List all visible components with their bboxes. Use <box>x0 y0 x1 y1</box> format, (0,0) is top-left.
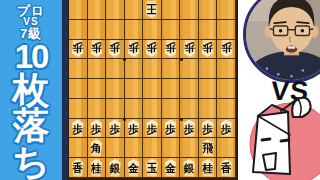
hoshi-dot <box>180 58 183 61</box>
board-cell[interactable] <box>69 99 88 119</box>
board-cell[interactable] <box>217 99 236 119</box>
board-cell[interactable]: 金 <box>125 158 144 178</box>
board-cell[interactable]: 角 <box>88 138 107 158</box>
board-cell[interactable] <box>162 138 181 158</box>
board-cell[interactable]: 歩 <box>106 40 125 60</box>
board-cell[interactable] <box>125 99 144 119</box>
piece-歩-sente[interactable]: 歩 <box>70 120 85 137</box>
board-cell[interactable] <box>180 0 199 20</box>
board-cell[interactable]: 歩 <box>180 119 199 139</box>
piece-飛-sente[interactable]: 飛 <box>200 139 215 156</box>
board-cell[interactable] <box>125 0 144 20</box>
board-cell[interactable]: 銀 <box>180 158 199 178</box>
title-char-10: 10 <box>15 41 48 73</box>
piece-金-sente[interactable]: 金 <box>163 159 178 176</box>
title-char-ochi2: ち <box>12 144 50 180</box>
board-cell[interactable]: 歩 <box>125 40 144 60</box>
piece-金-sente[interactable]: 金 <box>126 159 141 176</box>
piece-桂-sente[interactable]: 桂 <box>200 159 215 176</box>
board-cell[interactable]: 歩 <box>180 40 199 60</box>
board-cell[interactable] <box>199 59 218 79</box>
piece-歩-sente[interactable]: 歩 <box>182 120 197 137</box>
board-cell[interactable] <box>143 20 162 40</box>
board-cell[interactable] <box>180 20 199 40</box>
amateur-player-avatar <box>245 93 320 180</box>
piece-桂-sente[interactable]: 桂 <box>89 159 104 176</box>
pro-player-avatar-illustration <box>246 0 320 80</box>
shogi-board[interactable]: 王歩歩歩歩歩歩歩歩歩歩歩歩歩歩歩歩歩歩角飛香桂銀金玉金銀桂香 <box>68 0 238 180</box>
board-cell[interactable] <box>180 138 199 158</box>
board-cell[interactable]: 銀 <box>106 158 125 178</box>
board-cell[interactable] <box>69 79 88 99</box>
board-cell[interactable] <box>106 138 125 158</box>
board-cell[interactable]: 歩 <box>199 119 218 139</box>
piece-歩-sente[interactable]: 歩 <box>126 120 141 137</box>
piece-角-sente[interactable]: 角 <box>89 139 104 156</box>
board-cell[interactable] <box>69 20 88 40</box>
board-cell[interactable] <box>162 0 181 20</box>
board-cell[interactable] <box>180 59 199 79</box>
board-cell[interactable] <box>180 99 199 119</box>
board-cell[interactable]: 歩 <box>88 40 107 60</box>
piece-歩-sente[interactable]: 歩 <box>200 120 215 137</box>
board-cell[interactable] <box>106 99 125 119</box>
board-cell[interactable]: 香 <box>69 158 88 178</box>
shogi-thumbnail: プロ VS 7級 10 枚 落 ち 王歩歩歩歩歩歩歩歩歩歩歩歩歩歩歩歩歩歩角飛香… <box>0 0 320 180</box>
board-cell[interactable] <box>125 59 144 79</box>
piece-歩-sente[interactable]: 歩 <box>107 120 122 137</box>
board-cell[interactable] <box>180 79 199 99</box>
board-cell[interactable] <box>217 79 236 99</box>
board-cell[interactable]: 歩 <box>69 40 88 60</box>
board-cell[interactable]: 桂 <box>88 158 107 178</box>
piece-歩-gote[interactable]: 歩 <box>107 40 122 57</box>
piece-歩-sente[interactable]: 歩 <box>89 120 104 137</box>
board-cell[interactable] <box>217 138 236 158</box>
board-cell[interactable] <box>106 79 125 99</box>
piece-王-gote[interactable]: 王 <box>144 1 159 18</box>
board-cell[interactable] <box>162 20 181 40</box>
piece-銀-sente[interactable]: 銀 <box>107 159 122 176</box>
title-char-mai: 枚 <box>13 73 50 109</box>
board-cell[interactable]: 歩 <box>88 119 107 139</box>
piece-歩-sente[interactable]: 歩 <box>163 120 178 137</box>
board-cell[interactable]: 飛 <box>199 138 218 158</box>
board-cell[interactable] <box>162 79 181 99</box>
board-cell[interactable] <box>106 20 125 40</box>
piece-歩-gote[interactable]: 歩 <box>219 40 234 57</box>
board-cell[interactable] <box>125 20 144 40</box>
board-cell[interactable] <box>217 59 236 79</box>
board-cell[interactable] <box>199 20 218 40</box>
board-cell[interactable] <box>106 59 125 79</box>
board-cell[interactable]: 歩 <box>162 119 181 139</box>
board-cell[interactable]: 歩 <box>143 40 162 60</box>
piece-歩-gote[interactable]: 歩 <box>182 40 197 57</box>
hoshi-dot <box>180 118 183 121</box>
title-char-ochi1: 落 <box>13 108 50 144</box>
board-cell[interactable] <box>199 0 218 20</box>
board-cell[interactable]: 香 <box>217 158 236 178</box>
pro-player-photo <box>243 0 320 83</box>
board-cell[interactable] <box>69 59 88 79</box>
board-cell[interactable] <box>199 79 218 99</box>
board-cell[interactable] <box>162 59 181 79</box>
board-cell[interactable]: 歩 <box>143 119 162 139</box>
board-cell[interactable] <box>143 99 162 119</box>
board-cell[interactable]: 歩 <box>217 119 236 139</box>
board-cell[interactable] <box>199 99 218 119</box>
piece-香-sente[interactable]: 香 <box>70 159 85 176</box>
board-cell[interactable] <box>217 0 236 20</box>
board-cell[interactable] <box>125 79 144 99</box>
board-cell[interactable]: 歩 <box>162 40 181 60</box>
board-cell[interactable] <box>217 20 236 40</box>
board-cell[interactable]: 王 <box>143 0 162 20</box>
board-cell[interactable]: 歩 <box>199 40 218 60</box>
piece-香-sente[interactable]: 香 <box>219 159 234 176</box>
board-cell[interactable]: 歩 <box>217 40 236 60</box>
piece-銀-sente[interactable]: 銀 <box>182 159 197 176</box>
board-cell[interactable] <box>88 59 107 79</box>
board-cell[interactable]: 玉 <box>143 158 162 178</box>
piece-歩-gote[interactable]: 歩 <box>163 40 178 57</box>
board-cell[interactable] <box>69 0 88 20</box>
board-cell[interactable] <box>143 138 162 158</box>
piece-玉-sente[interactable]: 玉 <box>144 159 159 176</box>
board-cell[interactable] <box>69 138 88 158</box>
board-cell[interactable]: 歩 <box>69 119 88 139</box>
piece-歩-gote[interactable]: 歩 <box>89 40 104 57</box>
board-cell[interactable]: 歩 <box>106 119 125 139</box>
board-cell[interactable] <box>88 79 107 99</box>
hoshi-dot <box>123 118 126 121</box>
board-cell[interactable] <box>106 0 125 20</box>
piece-歩-sente[interactable]: 歩 <box>144 120 159 137</box>
board-cell[interactable] <box>125 138 144 158</box>
board-cell[interactable] <box>88 99 107 119</box>
board-cell[interactable] <box>88 20 107 40</box>
hoshi-dot <box>123 58 126 61</box>
board-cell[interactable] <box>162 99 181 119</box>
piece-歩-gote[interactable]: 歩 <box>200 40 215 57</box>
piece-歩-gote[interactable]: 歩 <box>144 40 159 57</box>
board-cell[interactable] <box>143 79 162 99</box>
board-cell[interactable]: 桂 <box>199 158 218 178</box>
piece-歩-sente[interactable]: 歩 <box>219 120 234 137</box>
title-panel: プロ VS 7級 10 枚 落 ち <box>0 0 62 180</box>
board-cell[interactable]: 金 <box>162 158 181 178</box>
piece-歩-gote[interactable]: 歩 <box>70 40 85 57</box>
board-cell[interactable] <box>88 0 107 20</box>
board-cell[interactable] <box>143 59 162 79</box>
piece-歩-gote[interactable]: 歩 <box>126 40 141 57</box>
board-cell[interactable]: 歩 <box>125 119 144 139</box>
